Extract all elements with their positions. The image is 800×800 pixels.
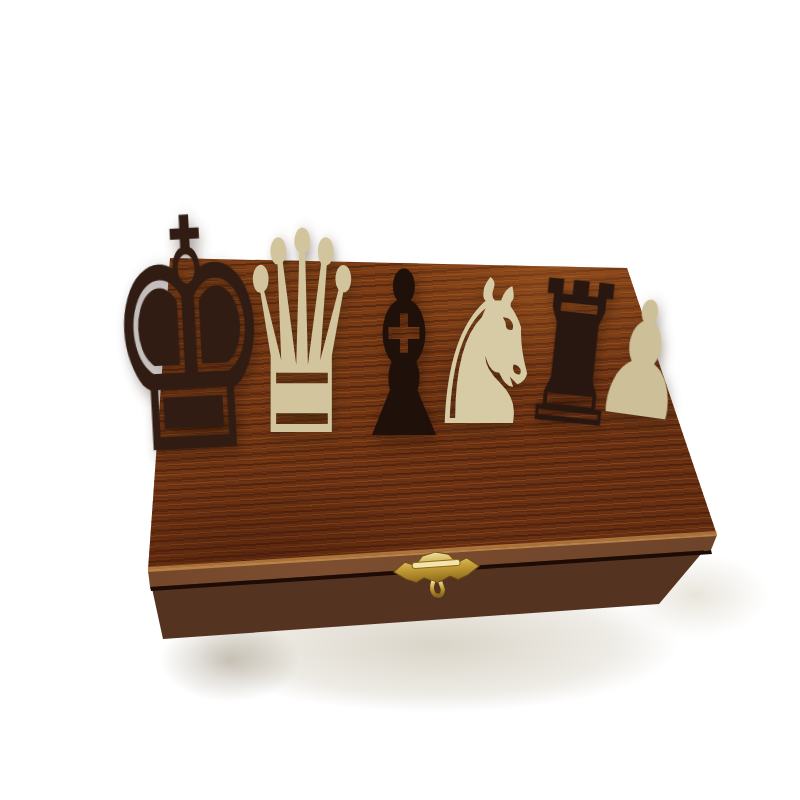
- brass-clasp: [391, 549, 482, 605]
- product-photo: ♚ ♛ ♝ ♞ ♜ ♟: [0, 0, 800, 800]
